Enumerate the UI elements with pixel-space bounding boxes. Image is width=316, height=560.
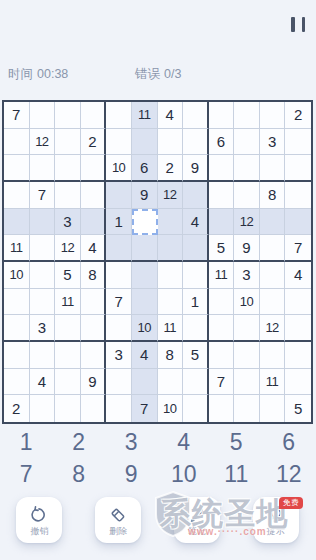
cell-r4c4[interactable] [81,182,107,209]
cell-r9c5[interactable] [106,315,132,342]
cell-r11c7[interactable] [158,369,184,396]
numpad-key-12[interactable]: 12 [263,459,316,489]
given-number: 7 [114,294,122,309]
cell-r3c10[interactable] [234,155,260,182]
numpad-key-1[interactable]: 1 [0,427,53,457]
cell-r12c1[interactable]: 2 [4,395,30,422]
toolbar: 撤销 删除 笔记 提示 [0,497,315,543]
cell-r11c9[interactable]: 7 [209,369,235,396]
cell-r7c10[interactable]: 3 [234,262,260,289]
cell-r9c8[interactable] [183,315,209,342]
cell-r10c9[interactable] [209,342,235,369]
cell-r9c1[interactable] [4,315,30,342]
cell-r5c12[interactable] [285,209,311,236]
cell-r1c4[interactable] [81,102,107,129]
erase-button[interactable]: 删除 [95,497,141,543]
cell-r9c4[interactable] [81,315,107,342]
cell-r2c6[interactable] [132,129,158,156]
cell-r6c7[interactable] [158,235,184,262]
cell-r2c11[interactable]: 3 [260,129,286,156]
cell-r7c6[interactable] [132,262,158,289]
time-label: 时间 [8,67,33,81]
given-number: 6 [140,160,148,175]
cell-r2c10[interactable] [234,129,260,156]
given-number: 2 [88,134,96,149]
cell-r12c5[interactable] [106,395,132,422]
cell-r2c9[interactable]: 6 [209,129,235,156]
cell-r5c9[interactable] [209,209,235,236]
cell-r12c6[interactable]: 7 [132,395,158,422]
given-number: 5 [191,347,199,362]
numpad-key-9[interactable]: 9 [105,459,158,489]
cell-r1c2[interactable] [30,102,56,129]
given-number: 11 [164,321,177,334]
given-number: 5 [294,401,302,416]
cell-r4c12[interactable] [285,182,311,209]
cell-r8c5[interactable]: 7 [106,289,132,316]
cell-r5c7[interactable] [158,209,184,236]
given-number: 5 [63,267,71,282]
cell-r5c4[interactable] [81,209,107,236]
cell-r4c5[interactable] [106,182,132,209]
cell-r2c7[interactable] [158,129,184,156]
given-number: 10 [10,268,23,281]
given-number: 3 [63,214,71,229]
given-number: 1 [191,294,199,309]
cell-r3c12[interactable] [285,155,311,182]
cell-r3c4[interactable] [81,155,107,182]
cell-r11c2[interactable]: 4 [30,369,56,396]
cell-r9c9[interactable] [209,315,235,342]
cell-r4c9[interactable] [209,182,235,209]
cell-r8c3[interactable]: 11 [55,289,81,316]
given-number: 3 [114,347,122,362]
numpad-key-7[interactable]: 7 [0,459,53,489]
given-number: 12 [240,215,253,228]
number-pad: 123456789101112 [0,427,315,491]
given-number: 12 [265,321,278,334]
cell-r4c6[interactable]: 9 [132,182,158,209]
cell-r3c1[interactable] [4,155,30,182]
cell-r4c11[interactable]: 8 [260,182,286,209]
cell-r1c8[interactable] [183,102,209,129]
cell-r7c2[interactable] [30,262,56,289]
given-number: 4 [88,240,96,255]
cell-r7c1[interactable]: 10 [4,262,30,289]
cell-r6c9[interactable]: 5 [209,235,235,262]
cell-r10c7[interactable]: 8 [158,342,184,369]
cell-r1c12[interactable]: 2 [285,102,311,129]
given-number: 12 [61,241,74,254]
given-number: 11 [10,241,23,254]
eraser-icon [109,505,127,525]
cell-r2c3[interactable] [55,129,81,156]
cell-r5c5[interactable]: 1 [106,209,132,236]
cell-r8c6[interactable] [132,289,158,316]
hint-label: 提示 [267,527,285,536]
cell-r8c10[interactable]: 10 [234,289,260,316]
cell-r11c8[interactable] [183,369,209,396]
cell-r8c2[interactable] [30,289,56,316]
cell-r10c11[interactable] [260,342,286,369]
cell-r7c5[interactable] [106,262,132,289]
cell-r9c2[interactable]: 3 [30,315,56,342]
given-number: 7 [294,240,302,255]
pencil-icon [188,505,206,525]
free-badge: 免费 [279,497,303,509]
cell-r5c10[interactable]: 12 [234,209,260,236]
mistakes-display: 错误0/3 [135,66,181,83]
cell-r9c7[interactable]: 11 [158,315,184,342]
sudoku-grid: 7114212263106297912831412111245971058113… [2,100,313,424]
cell-r7c4[interactable]: 8 [81,262,107,289]
cell-r8c1[interactable] [4,289,30,316]
cell-r1c6[interactable]: 11 [132,102,158,129]
cell-r3c3[interactable] [55,155,81,182]
cell-r9c12[interactable] [285,315,311,342]
cell-r2c2[interactable]: 12 [30,129,56,156]
cell-r9c6[interactable]: 10 [132,315,158,342]
cell-r2c5[interactable] [106,129,132,156]
cell-r11c11[interactable]: 11 [260,369,286,396]
cell-r8c7[interactable] [158,289,184,316]
given-number: 4 [166,107,174,122]
cell-r8c11[interactable] [260,289,286,316]
cell-r6c5[interactable] [106,235,132,262]
cell-r1c1[interactable]: 7 [4,102,30,129]
cell-r1c5[interactable] [106,102,132,129]
cell-r10c12[interactable] [285,342,311,369]
cell-r8c8[interactable]: 1 [183,289,209,316]
cell-r6c3[interactable]: 12 [55,235,81,262]
cell-r5c3[interactable]: 3 [55,209,81,236]
erase-label: 删除 [109,527,127,536]
given-number: 11 [215,268,228,281]
cell-r6c1[interactable]: 11 [4,235,30,262]
given-number: 7 [217,374,225,389]
given-number: 9 [191,160,199,175]
cell-r9c10[interactable] [234,315,260,342]
cell-r10c4[interactable] [81,342,107,369]
given-number: 12 [35,135,48,148]
cell-r10c3[interactable] [55,342,81,369]
cell-r10c2[interactable] [30,342,56,369]
undo-label: 撤销 [30,527,48,536]
cell-r10c6[interactable]: 4 [132,342,158,369]
cell-r11c5[interactable] [106,369,132,396]
cell-r5c8[interactable]: 4 [183,209,209,236]
numpad-key-2[interactable]: 2 [53,427,106,457]
given-number: 3 [38,320,46,335]
cell-r7c7[interactable] [158,262,184,289]
cell-r11c10[interactable] [234,369,260,396]
cell-r12c12[interactable]: 5 [285,395,311,422]
given-number: 7 [38,187,46,202]
time-display: 时间00:38 [8,66,68,83]
cell-r1c7[interactable]: 4 [158,102,184,129]
given-number: 10 [112,161,125,174]
cell-r1c3[interactable] [55,102,81,129]
given-number: 7 [12,107,20,122]
cell-r6c12[interactable]: 7 [285,235,311,262]
given-number: 2 [166,160,174,175]
given-number: 2 [294,107,302,122]
cell-r7c3[interactable]: 5 [55,262,81,289]
cell-r11c1[interactable] [4,369,30,396]
mistakes-label: 错误 [135,67,160,81]
cell-r8c9[interactable] [209,289,235,316]
given-number: 11 [138,108,151,121]
cell-r3c6[interactable]: 6 [132,155,158,182]
cell-r6c2[interactable] [30,235,56,262]
given-number: 6 [217,134,225,149]
given-number: 10 [240,295,253,308]
cell-r10c10[interactable] [234,342,260,369]
mistakes-value: 0/3 [164,67,181,81]
given-number: 12 [163,188,176,201]
cell-r5c11[interactable] [260,209,286,236]
given-number: 9 [242,240,250,255]
cell-r11c12[interactable] [285,369,311,396]
cell-r6c6[interactable] [132,235,158,262]
cell-r12c2[interactable] [30,395,56,422]
given-number: 3 [268,134,276,149]
numpad-key-11[interactable]: 11 [210,459,263,489]
cell-r3c8[interactable]: 9 [183,155,209,182]
given-number: 10 [137,321,150,334]
cell-r1c9[interactable] [209,102,235,129]
cell-r11c3[interactable] [55,369,81,396]
cell-r6c4[interactable]: 4 [81,235,107,262]
given-number: 4 [38,374,46,389]
cell-r4c2[interactable]: 7 [30,182,56,209]
cell-r12c3[interactable] [55,395,81,422]
numpad-row-2: 789101112 [0,459,315,489]
notes-button[interactable]: 笔记 [174,497,220,543]
given-number: 9 [88,374,96,389]
status-row: 时间00:38 错误0/3 [0,66,315,82]
cell-r1c11[interactable] [260,102,286,129]
numpad-key-5[interactable]: 5 [210,427,263,457]
given-number: 2 [12,401,20,416]
cell-r9c11[interactable]: 12 [260,315,286,342]
given-number: 4 [140,347,148,362]
numpad-key-6[interactable]: 6 [263,427,316,457]
cell-r7c8[interactable] [183,262,209,289]
cell-r10c5[interactable]: 3 [106,342,132,369]
cell-r4c8[interactable] [183,182,209,209]
given-number: 8 [88,267,96,282]
given-number: 7 [140,401,148,416]
cell-r2c1[interactable] [4,129,30,156]
cell-r5c1[interactable] [4,209,30,236]
cell-r5c6[interactable] [132,209,158,236]
pause-icon [302,17,306,32]
cell-r10c1[interactable] [4,342,30,369]
cell-r3c7[interactable]: 2 [158,155,184,182]
given-number: 1 [114,214,122,229]
numpad-key-3[interactable]: 3 [105,427,158,457]
cell-r12c7[interactable]: 10 [158,395,184,422]
cell-r10c8[interactable]: 5 [183,342,209,369]
time-value: 00:38 [37,67,68,81]
given-number: 11 [61,295,74,308]
cell-r11c6[interactable] [132,369,158,396]
cell-r6c10[interactable]: 9 [234,235,260,262]
cell-r6c8[interactable] [183,235,209,262]
cell-r7c9[interactable]: 11 [209,262,235,289]
cell-r2c4[interactable]: 2 [81,129,107,156]
notes-label: 笔记 [188,527,206,536]
cell-r3c5[interactable]: 10 [106,155,132,182]
cell-r12c11[interactable] [260,395,286,422]
cell-r1c10[interactable] [234,102,260,129]
cell-r7c11[interactable] [260,262,286,289]
cell-r9c3[interactable] [55,315,81,342]
numpad-row-1: 123456 [0,427,315,457]
cell-r8c4[interactable] [81,289,107,316]
numpad-key-10[interactable]: 10 [158,459,211,489]
given-number: 9 [140,187,148,202]
cell-r12c4[interactable] [81,395,107,422]
cell-r12c10[interactable] [234,395,260,422]
given-number: 4 [294,267,302,282]
cell-r5c2[interactable] [30,209,56,236]
cell-r3c11[interactable] [260,155,286,182]
cell-r3c2[interactable] [30,155,56,182]
pause-button[interactable] [291,17,305,32]
cell-r4c3[interactable] [55,182,81,209]
given-number: 4 [191,214,199,229]
cell-r12c8[interactable] [183,395,209,422]
given-number: 3 [242,267,250,282]
cell-r4c10[interactable] [234,182,260,209]
cell-r4c1[interactable] [4,182,30,209]
cell-r8c12[interactable] [285,289,311,316]
cell-r4c7[interactable]: 12 [158,182,184,209]
cell-r2c12[interactable] [285,129,311,156]
numpad-key-8[interactable]: 8 [53,459,106,489]
cell-r2c8[interactable] [183,129,209,156]
given-number: 5 [217,240,225,255]
cell-r11c4[interactable]: 9 [81,369,107,396]
cell-r12c9[interactable] [209,395,235,422]
cell-r6c11[interactable] [260,235,286,262]
numpad-key-4[interactable]: 4 [158,427,211,457]
pause-icon [291,17,295,32]
given-number: 8 [166,347,174,362]
cell-r7c12[interactable]: 4 [285,262,311,289]
given-number: 8 [268,187,276,202]
given-number: 11 [266,375,279,388]
undo-icon [30,505,48,525]
cell-r3c9[interactable] [209,155,235,182]
undo-button[interactable]: 撤销 [16,497,62,543]
given-number: 10 [163,402,176,415]
